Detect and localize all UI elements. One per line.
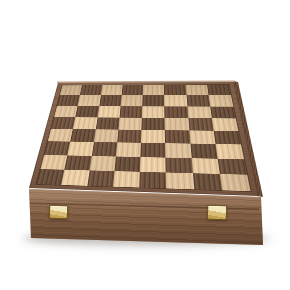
square-h3 (215, 144, 244, 159)
square-a5 (51, 117, 76, 129)
square-h1 (220, 174, 251, 191)
square-f7 (164, 95, 187, 106)
square-a2 (40, 155, 67, 170)
square-a7 (57, 95, 80, 106)
square-e8 (143, 85, 165, 95)
square-c5 (95, 117, 119, 129)
square-g4 (189, 130, 215, 144)
square-e1 (139, 172, 166, 189)
square-g7 (186, 95, 210, 106)
product-photo-stage (0, 0, 290, 290)
square-c7 (99, 95, 122, 106)
square-f6 (164, 106, 188, 118)
square-c6 (97, 106, 120, 117)
square-c3 (91, 142, 117, 156)
square-h4 (213, 131, 241, 145)
square-a4 (48, 129, 73, 142)
square-d2 (114, 156, 140, 171)
chess-board-lid (29, 82, 259, 196)
square-f8 (164, 85, 186, 95)
square-b7 (78, 95, 101, 106)
square-e3 (140, 143, 165, 157)
square-a1 (36, 169, 64, 185)
square-d4 (117, 130, 141, 143)
square-b1 (61, 170, 89, 186)
square-b8 (80, 85, 102, 95)
square-d7 (120, 95, 142, 106)
square-g6 (187, 106, 212, 118)
square-e4 (141, 130, 165, 143)
board-grid (36, 85, 250, 192)
square-e2 (140, 157, 166, 173)
square-d1 (113, 171, 140, 188)
square-f5 (165, 118, 189, 131)
square-f3 (165, 143, 191, 158)
square-b6 (75, 106, 98, 117)
square-h7 (208, 95, 233, 106)
square-c2 (89, 156, 115, 171)
square-b3 (68, 142, 94, 156)
square-h8 (207, 85, 231, 96)
square-c1 (87, 170, 114, 186)
square-b2 (65, 155, 92, 170)
square-g2 (191, 158, 219, 174)
square-d6 (119, 106, 142, 118)
square-e6 (142, 106, 165, 118)
square-h5 (212, 118, 239, 131)
square-b5 (73, 117, 97, 129)
square-b4 (70, 129, 95, 142)
square-f1 (166, 172, 194, 189)
square-d5 (118, 117, 142, 129)
square-a3 (44, 141, 70, 155)
square-a8 (60, 85, 82, 95)
square-c8 (101, 85, 123, 95)
square-e5 (141, 118, 165, 131)
square-c4 (93, 129, 118, 142)
right-clasp (207, 205, 228, 221)
square-g1 (192, 173, 221, 190)
square-d3 (116, 143, 141, 157)
square-g5 (188, 118, 213, 131)
square-d8 (121, 85, 143, 95)
square-h6 (210, 106, 236, 118)
square-g8 (185, 85, 208, 96)
square-a6 (54, 106, 78, 117)
left-clasp (49, 205, 68, 220)
square-f2 (166, 157, 193, 173)
square-f4 (165, 130, 190, 144)
square-h2 (217, 158, 247, 174)
square-g3 (190, 144, 217, 159)
square-e7 (142, 95, 164, 106)
